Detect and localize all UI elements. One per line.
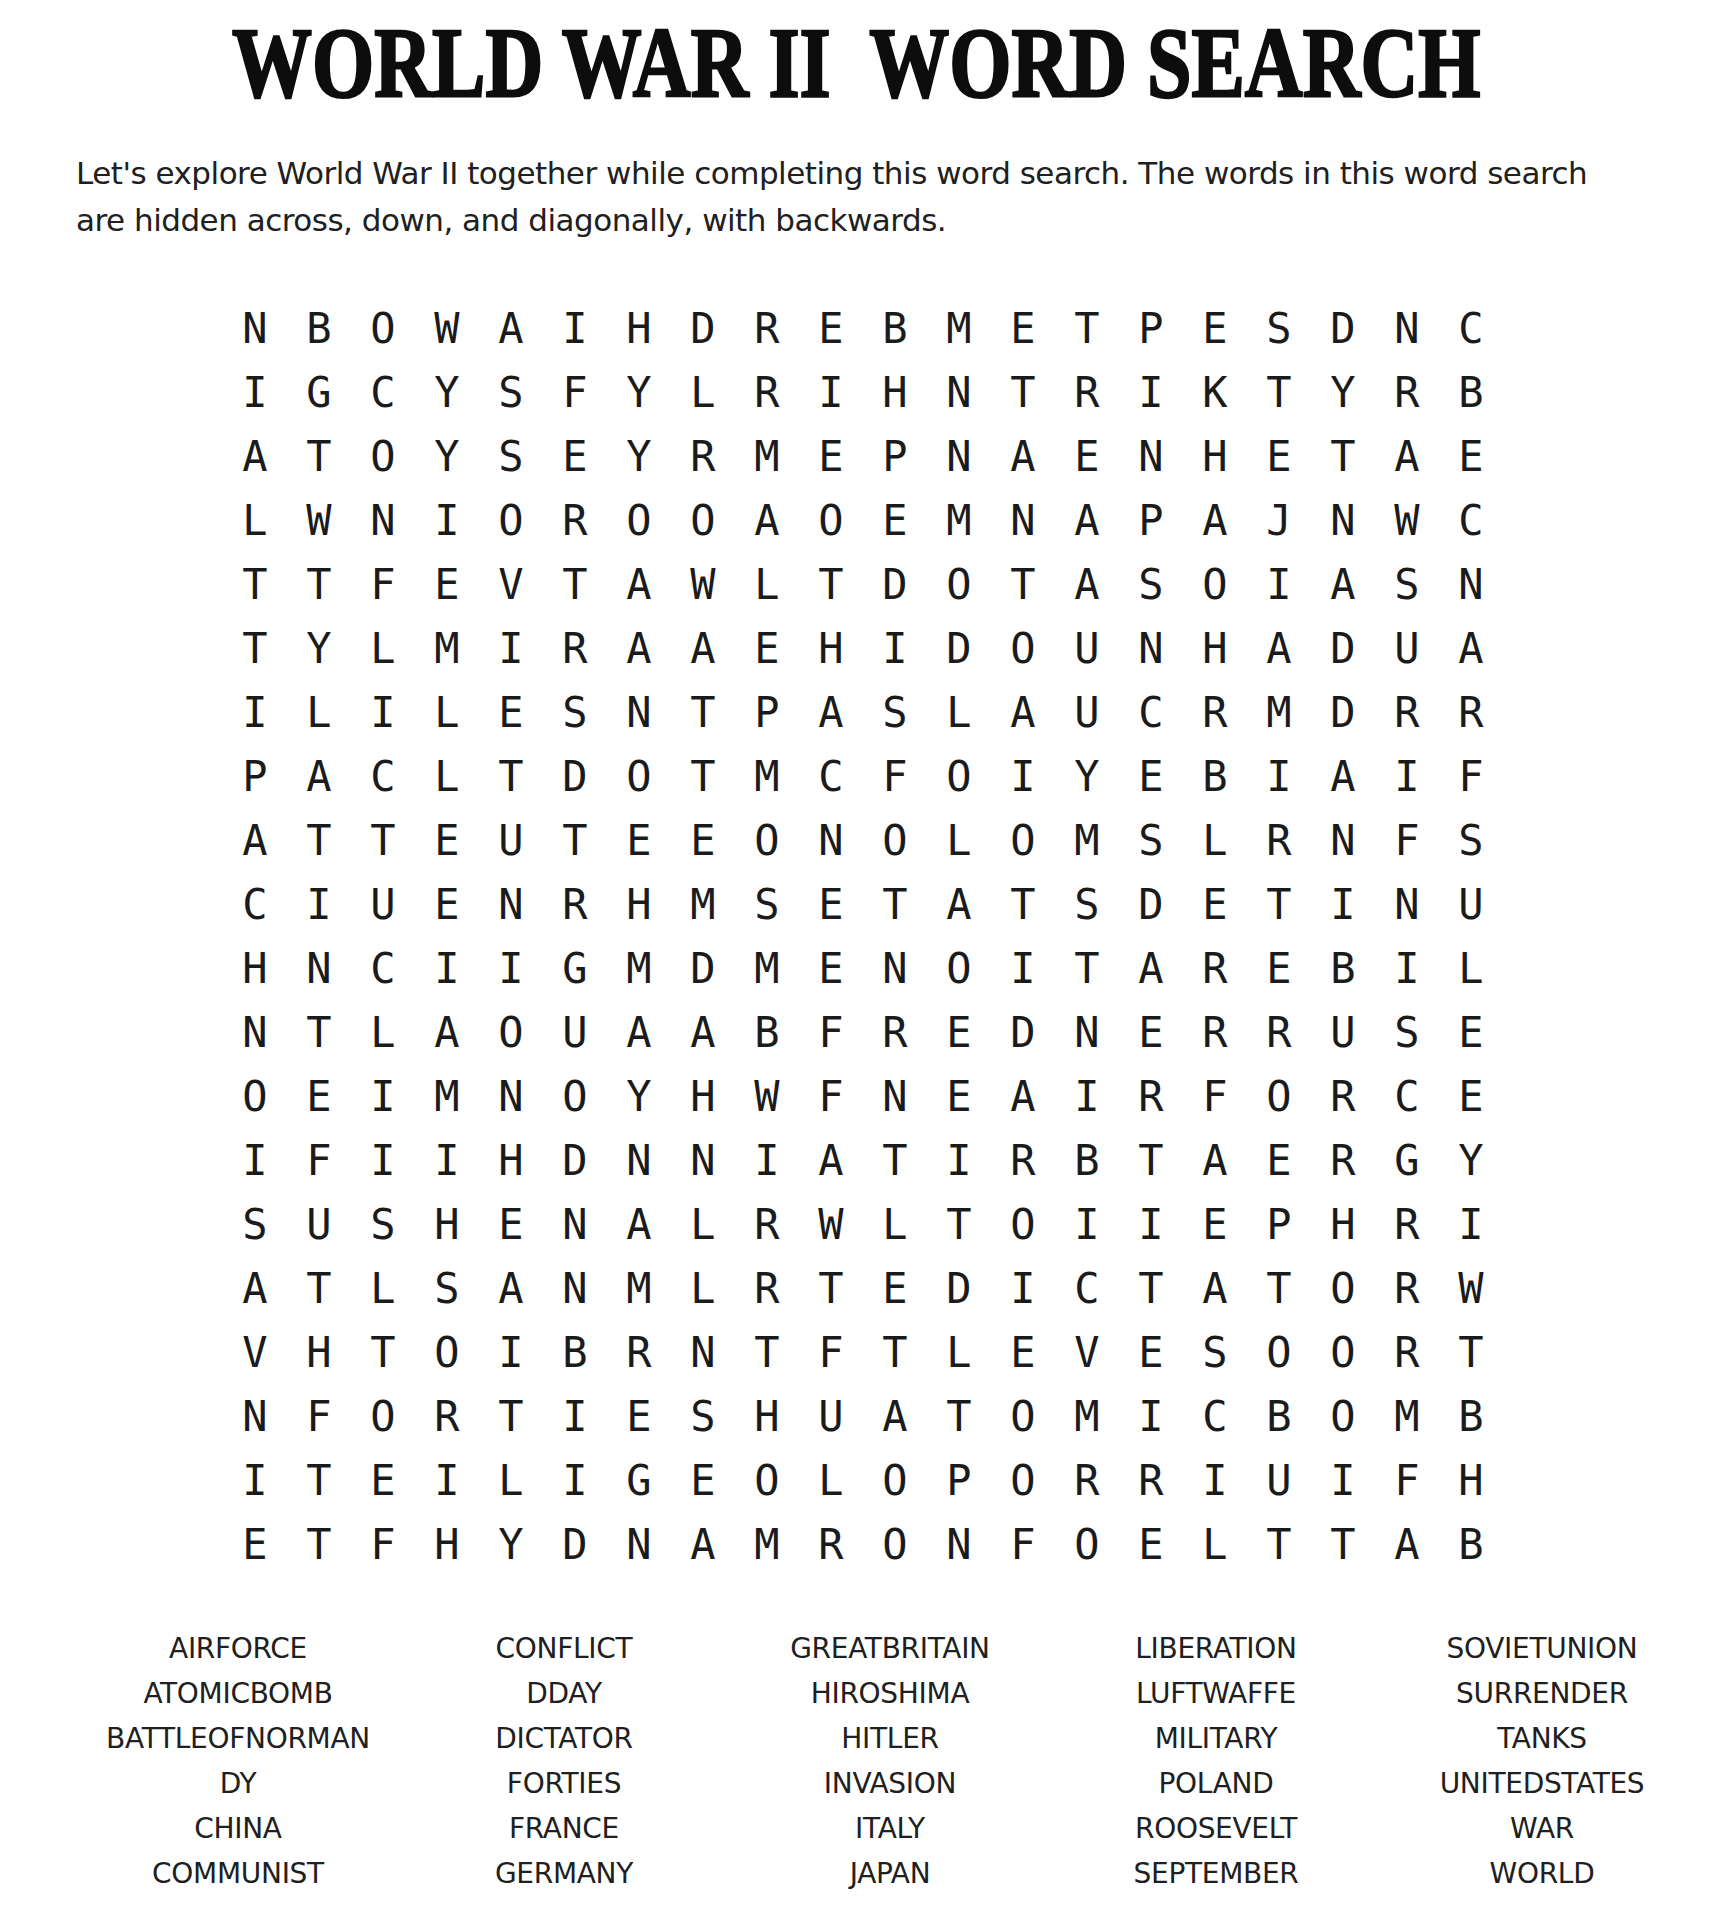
grid-cell-r10c8[interactable]: M xyxy=(671,872,735,936)
grid-cell-r19c16[interactable]: I xyxy=(1183,1448,1247,1512)
grid-cell-r6c15[interactable]: N xyxy=(1119,616,1183,680)
grid-cell-r5c4[interactable]: E xyxy=(415,552,479,616)
grid-cell-r20c18[interactable]: T xyxy=(1311,1512,1375,1576)
grid-cell-r16c1[interactable]: A xyxy=(223,1256,287,1320)
grid-cell-r4c4[interactable]: I xyxy=(415,488,479,552)
grid-cell-r17c20[interactable]: T xyxy=(1439,1320,1503,1384)
grid-cell-r3c20[interactable]: E xyxy=(1439,424,1503,488)
grid-cell-r19c5[interactable]: L xyxy=(479,1448,543,1512)
grid-cell-r15c20[interactable]: I xyxy=(1439,1192,1503,1256)
grid-cell-r6c18[interactable]: D xyxy=(1311,616,1375,680)
grid-cell-r2c13[interactable]: T xyxy=(991,360,1055,424)
grid-cell-r5c12[interactable]: O xyxy=(927,552,991,616)
grid-cell-r20c17[interactable]: T xyxy=(1247,1512,1311,1576)
grid-cell-r16c17[interactable]: T xyxy=(1247,1256,1311,1320)
grid-cell-r3c8[interactable]: R xyxy=(671,424,735,488)
grid-cell-r3c9[interactable]: M xyxy=(735,424,799,488)
grid-cell-r19c15[interactable]: R xyxy=(1119,1448,1183,1512)
grid-cell-r1c18[interactable]: D xyxy=(1311,296,1375,360)
grid-cell-r14c3[interactable]: I xyxy=(351,1128,415,1192)
grid-cell-r8c17[interactable]: I xyxy=(1247,744,1311,808)
grid-cell-r11c7[interactable]: M xyxy=(607,936,671,1000)
grid-cell-r20c7[interactable]: N xyxy=(607,1512,671,1576)
grid-cell-r7c14[interactable]: U xyxy=(1055,680,1119,744)
grid-cell-r3c7[interactable]: Y xyxy=(607,424,671,488)
grid-cell-r5c16[interactable]: O xyxy=(1183,552,1247,616)
grid-cell-r1c12[interactable]: M xyxy=(927,296,991,360)
grid-cell-r19c6[interactable]: I xyxy=(543,1448,607,1512)
grid-cell-r2c9[interactable]: R xyxy=(735,360,799,424)
grid-cell-r12c13[interactable]: D xyxy=(991,1000,1055,1064)
grid-cell-r13c6[interactable]: O xyxy=(543,1064,607,1128)
grid-cell-r15c15[interactable]: I xyxy=(1119,1192,1183,1256)
grid-cell-r11c8[interactable]: D xyxy=(671,936,735,1000)
grid-cell-r2c3[interactable]: C xyxy=(351,360,415,424)
grid-cell-r15c5[interactable]: E xyxy=(479,1192,543,1256)
grid-cell-r5c8[interactable]: W xyxy=(671,552,735,616)
grid-cell-r2c1[interactable]: I xyxy=(223,360,287,424)
grid-cell-r4c5[interactable]: O xyxy=(479,488,543,552)
grid-cell-r12c6[interactable]: U xyxy=(543,1000,607,1064)
grid-cell-r17c3[interactable]: T xyxy=(351,1320,415,1384)
grid-cell-r17c13[interactable]: E xyxy=(991,1320,1055,1384)
grid-cell-r5c11[interactable]: D xyxy=(863,552,927,616)
grid-cell-r13c9[interactable]: W xyxy=(735,1064,799,1128)
grid-cell-r12c9[interactable]: B xyxy=(735,1000,799,1064)
grid-cell-r1c16[interactable]: E xyxy=(1183,296,1247,360)
grid-cell-r5c7[interactable]: A xyxy=(607,552,671,616)
grid-cell-r2c19[interactable]: R xyxy=(1375,360,1439,424)
grid-cell-r4c1[interactable]: L xyxy=(223,488,287,552)
grid-cell-r8c1[interactable]: P xyxy=(223,744,287,808)
grid-cell-r3c18[interactable]: T xyxy=(1311,424,1375,488)
grid-cell-r10c15[interactable]: D xyxy=(1119,872,1183,936)
grid-cell-r18c12[interactable]: T xyxy=(927,1384,991,1448)
grid-cell-r7c10[interactable]: A xyxy=(799,680,863,744)
grid-cell-r16c10[interactable]: T xyxy=(799,1256,863,1320)
grid-cell-r5c9[interactable]: L xyxy=(735,552,799,616)
grid-cell-r1c13[interactable]: E xyxy=(991,296,1055,360)
grid-cell-r6c17[interactable]: A xyxy=(1247,616,1311,680)
grid-cell-r10c7[interactable]: H xyxy=(607,872,671,936)
grid-cell-r5c15[interactable]: S xyxy=(1119,552,1183,616)
grid-cell-r17c7[interactable]: R xyxy=(607,1320,671,1384)
grid-cell-r13c4[interactable]: M xyxy=(415,1064,479,1128)
grid-cell-r13c17[interactable]: O xyxy=(1247,1064,1311,1128)
grid-cell-r3c3[interactable]: O xyxy=(351,424,415,488)
grid-cell-r12c11[interactable]: R xyxy=(863,1000,927,1064)
grid-cell-r6c8[interactable]: A xyxy=(671,616,735,680)
grid-cell-r8c3[interactable]: C xyxy=(351,744,415,808)
grid-cell-r17c11[interactable]: T xyxy=(863,1320,927,1384)
grid-cell-r8c7[interactable]: O xyxy=(607,744,671,808)
grid-cell-r9c17[interactable]: R xyxy=(1247,808,1311,872)
grid-cell-r9c12[interactable]: L xyxy=(927,808,991,872)
grid-cell-r19c11[interactable]: O xyxy=(863,1448,927,1512)
grid-cell-r11c19[interactable]: I xyxy=(1375,936,1439,1000)
grid-cell-r15c8[interactable]: L xyxy=(671,1192,735,1256)
grid-cell-r11c12[interactable]: O xyxy=(927,936,991,1000)
grid-cell-r4c12[interactable]: M xyxy=(927,488,991,552)
grid-cell-r8c15[interactable]: E xyxy=(1119,744,1183,808)
grid-cell-r11c6[interactable]: G xyxy=(543,936,607,1000)
grid-cell-r13c18[interactable]: R xyxy=(1311,1064,1375,1128)
grid-cell-r3c14[interactable]: E xyxy=(1055,424,1119,488)
grid-cell-r2c10[interactable]: I xyxy=(799,360,863,424)
grid-cell-r11c5[interactable]: I xyxy=(479,936,543,1000)
grid-cell-r11c3[interactable]: C xyxy=(351,936,415,1000)
grid-cell-r13c11[interactable]: N xyxy=(863,1064,927,1128)
grid-cell-r7c8[interactable]: T xyxy=(671,680,735,744)
grid-cell-r3c13[interactable]: A xyxy=(991,424,1055,488)
grid-cell-r14c15[interactable]: T xyxy=(1119,1128,1183,1192)
grid-cell-r7c17[interactable]: M xyxy=(1247,680,1311,744)
grid-cell-r16c13[interactable]: I xyxy=(991,1256,1055,1320)
grid-cell-r1c8[interactable]: D xyxy=(671,296,735,360)
grid-cell-r4c9[interactable]: A xyxy=(735,488,799,552)
grid-cell-r20c16[interactable]: L xyxy=(1183,1512,1247,1576)
grid-cell-r9c19[interactable]: F xyxy=(1375,808,1439,872)
grid-cell-r12c15[interactable]: E xyxy=(1119,1000,1183,1064)
grid-cell-r18c1[interactable]: N xyxy=(223,1384,287,1448)
grid-cell-r9c6[interactable]: T xyxy=(543,808,607,872)
grid-cell-r13c1[interactable]: O xyxy=(223,1064,287,1128)
grid-cell-r15c18[interactable]: H xyxy=(1311,1192,1375,1256)
grid-cell-r20c6[interactable]: D xyxy=(543,1512,607,1576)
grid-cell-r5c20[interactable]: N xyxy=(1439,552,1503,616)
grid-cell-r19c10[interactable]: L xyxy=(799,1448,863,1512)
grid-cell-r6c3[interactable]: L xyxy=(351,616,415,680)
grid-cell-r10c17[interactable]: T xyxy=(1247,872,1311,936)
grid-cell-r1c3[interactable]: O xyxy=(351,296,415,360)
grid-cell-r11c17[interactable]: E xyxy=(1247,936,1311,1000)
grid-cell-r5c2[interactable]: T xyxy=(287,552,351,616)
grid-cell-r4c16[interactable]: A xyxy=(1183,488,1247,552)
grid-cell-r20c1[interactable]: E xyxy=(223,1512,287,1576)
grid-cell-r16c3[interactable]: L xyxy=(351,1256,415,1320)
grid-cell-r4c7[interactable]: O xyxy=(607,488,671,552)
grid-cell-r17c17[interactable]: O xyxy=(1247,1320,1311,1384)
grid-cell-r16c20[interactable]: W xyxy=(1439,1256,1503,1320)
grid-cell-r9c4[interactable]: E xyxy=(415,808,479,872)
grid-cell-r17c6[interactable]: B xyxy=(543,1320,607,1384)
grid-cell-r1c19[interactable]: N xyxy=(1375,296,1439,360)
grid-cell-r17c18[interactable]: O xyxy=(1311,1320,1375,1384)
grid-cell-r14c2[interactable]: F xyxy=(287,1128,351,1192)
grid-cell-r8c10[interactable]: C xyxy=(799,744,863,808)
grid-cell-r12c7[interactable]: A xyxy=(607,1000,671,1064)
grid-cell-r15c4[interactable]: H xyxy=(415,1192,479,1256)
grid-cell-r16c5[interactable]: A xyxy=(479,1256,543,1320)
grid-cell-r1c2[interactable]: B xyxy=(287,296,351,360)
grid-cell-r13c16[interactable]: F xyxy=(1183,1064,1247,1128)
grid-cell-r18c10[interactable]: U xyxy=(799,1384,863,1448)
grid-cell-r14c20[interactable]: Y xyxy=(1439,1128,1503,1192)
grid-cell-r18c16[interactable]: C xyxy=(1183,1384,1247,1448)
grid-cell-r20c13[interactable]: F xyxy=(991,1512,1055,1576)
grid-cell-r13c13[interactable]: A xyxy=(991,1064,1055,1128)
grid-cell-r18c19[interactable]: M xyxy=(1375,1384,1439,1448)
grid-cell-r4c14[interactable]: A xyxy=(1055,488,1119,552)
grid-cell-r19c1[interactable]: I xyxy=(223,1448,287,1512)
grid-cell-r6c11[interactable]: I xyxy=(863,616,927,680)
grid-cell-r14c1[interactable]: I xyxy=(223,1128,287,1192)
grid-cell-r12c16[interactable]: R xyxy=(1183,1000,1247,1064)
grid-cell-r4c10[interactable]: O xyxy=(799,488,863,552)
grid-cell-r20c9[interactable]: M xyxy=(735,1512,799,1576)
grid-cell-r9c18[interactable]: N xyxy=(1311,808,1375,872)
grid-cell-r2c18[interactable]: Y xyxy=(1311,360,1375,424)
grid-cell-r2c8[interactable]: L xyxy=(671,360,735,424)
grid-cell-r18c3[interactable]: O xyxy=(351,1384,415,1448)
grid-cell-r9c3[interactable]: T xyxy=(351,808,415,872)
grid-cell-r18c13[interactable]: O xyxy=(991,1384,1055,1448)
grid-cell-r10c5[interactable]: N xyxy=(479,872,543,936)
grid-cell-r18c8[interactable]: S xyxy=(671,1384,735,1448)
grid-cell-r6c10[interactable]: H xyxy=(799,616,863,680)
grid-cell-r14c12[interactable]: I xyxy=(927,1128,991,1192)
grid-cell-r12c1[interactable]: N xyxy=(223,1000,287,1064)
grid-cell-r5c3[interactable]: F xyxy=(351,552,415,616)
grid-cell-r19c12[interactable]: P xyxy=(927,1448,991,1512)
grid-cell-r14c8[interactable]: N xyxy=(671,1128,735,1192)
grid-cell-r2c15[interactable]: I xyxy=(1119,360,1183,424)
grid-cell-r12c17[interactable]: R xyxy=(1247,1000,1311,1064)
grid-cell-r18c15[interactable]: I xyxy=(1119,1384,1183,1448)
grid-cell-r11c1[interactable]: H xyxy=(223,936,287,1000)
grid-cell-r5c14[interactable]: A xyxy=(1055,552,1119,616)
grid-cell-r9c7[interactable]: E xyxy=(607,808,671,872)
grid-cell-r16c15[interactable]: T xyxy=(1119,1256,1183,1320)
grid-cell-r10c18[interactable]: I xyxy=(1311,872,1375,936)
grid-cell-r18c2[interactable]: F xyxy=(287,1384,351,1448)
grid-cell-r11c9[interactable]: M xyxy=(735,936,799,1000)
grid-cell-r16c14[interactable]: C xyxy=(1055,1256,1119,1320)
grid-cell-r3c16[interactable]: H xyxy=(1183,424,1247,488)
grid-cell-r3c12[interactable]: N xyxy=(927,424,991,488)
grid-cell-r8c4[interactable]: L xyxy=(415,744,479,808)
grid-cell-r7c15[interactable]: C xyxy=(1119,680,1183,744)
grid-cell-r4c11[interactable]: E xyxy=(863,488,927,552)
grid-cell-r16c7[interactable]: M xyxy=(607,1256,671,1320)
grid-cell-r1c1[interactable]: N xyxy=(223,296,287,360)
grid-cell-r12c5[interactable]: O xyxy=(479,1000,543,1064)
grid-cell-r8c8[interactable]: T xyxy=(671,744,735,808)
grid-cell-r2c7[interactable]: Y xyxy=(607,360,671,424)
grid-cell-r17c14[interactable]: V xyxy=(1055,1320,1119,1384)
grid-cell-r9c11[interactable]: O xyxy=(863,808,927,872)
grid-cell-r10c1[interactable]: C xyxy=(223,872,287,936)
grid-cell-r2c11[interactable]: H xyxy=(863,360,927,424)
grid-cell-r14c4[interactable]: I xyxy=(415,1128,479,1192)
grid-cell-r2c20[interactable]: B xyxy=(1439,360,1503,424)
grid-cell-r10c2[interactable]: I xyxy=(287,872,351,936)
grid-cell-r4c20[interactable]: C xyxy=(1439,488,1503,552)
grid-cell-r11c16[interactable]: R xyxy=(1183,936,1247,1000)
grid-cell-r18c14[interactable]: M xyxy=(1055,1384,1119,1448)
grid-cell-r5c6[interactable]: T xyxy=(543,552,607,616)
grid-cell-r3c15[interactable]: N xyxy=(1119,424,1183,488)
grid-cell-r12c14[interactable]: N xyxy=(1055,1000,1119,1064)
grid-cell-r20c12[interactable]: N xyxy=(927,1512,991,1576)
grid-cell-r14c5[interactable]: H xyxy=(479,1128,543,1192)
grid-cell-r5c17[interactable]: I xyxy=(1247,552,1311,616)
grid-cell-r4c2[interactable]: W xyxy=(287,488,351,552)
grid-cell-r17c15[interactable]: E xyxy=(1119,1320,1183,1384)
grid-cell-r9c1[interactable]: A xyxy=(223,808,287,872)
grid-cell-r1c14[interactable]: T xyxy=(1055,296,1119,360)
grid-cell-r19c20[interactable]: H xyxy=(1439,1448,1503,1512)
grid-cell-r18c5[interactable]: T xyxy=(479,1384,543,1448)
grid-cell-r20c20[interactable]: B xyxy=(1439,1512,1503,1576)
grid-cell-r8c20[interactable]: F xyxy=(1439,744,1503,808)
grid-cell-r7c19[interactable]: R xyxy=(1375,680,1439,744)
grid-cell-r15c14[interactable]: I xyxy=(1055,1192,1119,1256)
grid-cell-r5c18[interactable]: A xyxy=(1311,552,1375,616)
grid-cell-r9c20[interactable]: S xyxy=(1439,808,1503,872)
grid-cell-r10c10[interactable]: E xyxy=(799,872,863,936)
grid-cell-r14c19[interactable]: G xyxy=(1375,1128,1439,1192)
grid-cell-r19c17[interactable]: U xyxy=(1247,1448,1311,1512)
grid-cell-r6c6[interactable]: R xyxy=(543,616,607,680)
grid-cell-r20c15[interactable]: E xyxy=(1119,1512,1183,1576)
grid-cell-r17c4[interactable]: O xyxy=(415,1320,479,1384)
grid-cell-r5c10[interactable]: T xyxy=(799,552,863,616)
grid-cell-r7c6[interactable]: S xyxy=(543,680,607,744)
grid-cell-r14c16[interactable]: A xyxy=(1183,1128,1247,1192)
grid-cell-r15c13[interactable]: O xyxy=(991,1192,1055,1256)
grid-cell-r16c19[interactable]: R xyxy=(1375,1256,1439,1320)
grid-cell-r4c8[interactable]: O xyxy=(671,488,735,552)
grid-cell-r14c10[interactable]: A xyxy=(799,1128,863,1192)
grid-cell-r13c2[interactable]: E xyxy=(287,1064,351,1128)
grid-cell-r11c14[interactable]: T xyxy=(1055,936,1119,1000)
grid-cell-r7c13[interactable]: A xyxy=(991,680,1055,744)
grid-cell-r15c10[interactable]: W xyxy=(799,1192,863,1256)
grid-cell-r9c5[interactable]: U xyxy=(479,808,543,872)
grid-cell-r10c19[interactable]: N xyxy=(1375,872,1439,936)
grid-cell-r10c11[interactable]: T xyxy=(863,872,927,936)
grid-cell-r1c20[interactable]: C xyxy=(1439,296,1503,360)
grid-cell-r8c13[interactable]: I xyxy=(991,744,1055,808)
grid-cell-r1c9[interactable]: R xyxy=(735,296,799,360)
grid-cell-r16c2[interactable]: T xyxy=(287,1256,351,1320)
grid-cell-r9c10[interactable]: N xyxy=(799,808,863,872)
grid-cell-r17c9[interactable]: T xyxy=(735,1320,799,1384)
grid-cell-r19c8[interactable]: E xyxy=(671,1448,735,1512)
grid-cell-r7c20[interactable]: R xyxy=(1439,680,1503,744)
grid-cell-r19c14[interactable]: R xyxy=(1055,1448,1119,1512)
grid-cell-r16c9[interactable]: R xyxy=(735,1256,799,1320)
grid-cell-r15c6[interactable]: N xyxy=(543,1192,607,1256)
grid-cell-r12c8[interactable]: A xyxy=(671,1000,735,1064)
grid-cell-r7c5[interactable]: E xyxy=(479,680,543,744)
grid-cell-r12c18[interactable]: U xyxy=(1311,1000,1375,1064)
grid-cell-r16c16[interactable]: A xyxy=(1183,1256,1247,1320)
grid-cell-r7c1[interactable]: I xyxy=(223,680,287,744)
grid-cell-r7c7[interactable]: N xyxy=(607,680,671,744)
grid-cell-r3c1[interactable]: A xyxy=(223,424,287,488)
grid-cell-r14c18[interactable]: R xyxy=(1311,1128,1375,1192)
grid-cell-r6c7[interactable]: A xyxy=(607,616,671,680)
grid-cell-r11c11[interactable]: N xyxy=(863,936,927,1000)
grid-cell-r7c11[interactable]: S xyxy=(863,680,927,744)
grid-cell-r15c16[interactable]: E xyxy=(1183,1192,1247,1256)
grid-cell-r10c16[interactable]: E xyxy=(1183,872,1247,936)
grid-cell-r4c18[interactable]: N xyxy=(1311,488,1375,552)
grid-cell-r12c3[interactable]: L xyxy=(351,1000,415,1064)
grid-cell-r17c5[interactable]: I xyxy=(479,1320,543,1384)
grid-cell-r4c15[interactable]: P xyxy=(1119,488,1183,552)
grid-cell-r7c4[interactable]: L xyxy=(415,680,479,744)
grid-cell-r17c8[interactable]: N xyxy=(671,1320,735,1384)
grid-cell-r3c2[interactable]: T xyxy=(287,424,351,488)
grid-cell-r17c2[interactable]: H xyxy=(287,1320,351,1384)
grid-cell-r14c7[interactable]: N xyxy=(607,1128,671,1192)
grid-cell-r15c7[interactable]: A xyxy=(607,1192,671,1256)
grid-cell-r2c16[interactable]: K xyxy=(1183,360,1247,424)
grid-cell-r1c15[interactable]: P xyxy=(1119,296,1183,360)
grid-cell-r8c14[interactable]: Y xyxy=(1055,744,1119,808)
grid-cell-r15c11[interactable]: L xyxy=(863,1192,927,1256)
grid-cell-r16c6[interactable]: N xyxy=(543,1256,607,1320)
grid-cell-r10c3[interactable]: U xyxy=(351,872,415,936)
grid-cell-r2c2[interactable]: G xyxy=(287,360,351,424)
grid-cell-r10c14[interactable]: S xyxy=(1055,872,1119,936)
grid-cell-r17c16[interactable]: S xyxy=(1183,1320,1247,1384)
grid-cell-r14c17[interactable]: E xyxy=(1247,1128,1311,1192)
grid-cell-r6c2[interactable]: Y xyxy=(287,616,351,680)
grid-cell-r1c6[interactable]: I xyxy=(543,296,607,360)
grid-cell-r14c6[interactable]: D xyxy=(543,1128,607,1192)
grid-cell-r10c9[interactable]: S xyxy=(735,872,799,936)
grid-cell-r6c4[interactable]: M xyxy=(415,616,479,680)
grid-cell-r5c5[interactable]: V xyxy=(479,552,543,616)
grid-cell-r11c15[interactable]: A xyxy=(1119,936,1183,1000)
grid-cell-r12c19[interactable]: S xyxy=(1375,1000,1439,1064)
grid-cell-r2c17[interactable]: T xyxy=(1247,360,1311,424)
grid-cell-r7c3[interactable]: I xyxy=(351,680,415,744)
grid-cell-r8c6[interactable]: D xyxy=(543,744,607,808)
grid-cell-r8c11[interactable]: F xyxy=(863,744,927,808)
grid-cell-r19c9[interactable]: O xyxy=(735,1448,799,1512)
grid-cell-r6c19[interactable]: U xyxy=(1375,616,1439,680)
grid-cell-r10c20[interactable]: U xyxy=(1439,872,1503,936)
grid-cell-r6c14[interactable]: U xyxy=(1055,616,1119,680)
grid-cell-r4c6[interactable]: R xyxy=(543,488,607,552)
grid-cell-r13c7[interactable]: Y xyxy=(607,1064,671,1128)
grid-cell-r6c1[interactable]: T xyxy=(223,616,287,680)
grid-cell-r9c2[interactable]: T xyxy=(287,808,351,872)
grid-cell-r18c6[interactable]: I xyxy=(543,1384,607,1448)
grid-cell-r10c13[interactable]: T xyxy=(991,872,1055,936)
grid-cell-r5c1[interactable]: T xyxy=(223,552,287,616)
grid-cell-r11c4[interactable]: I xyxy=(415,936,479,1000)
grid-cell-r15c9[interactable]: R xyxy=(735,1192,799,1256)
grid-cell-r10c12[interactable]: A xyxy=(927,872,991,936)
grid-cell-r11c2[interactable]: N xyxy=(287,936,351,1000)
grid-cell-r9c14[interactable]: M xyxy=(1055,808,1119,872)
grid-cell-r7c9[interactable]: P xyxy=(735,680,799,744)
grid-cell-r13c20[interactable]: E xyxy=(1439,1064,1503,1128)
grid-cell-r6c5[interactable]: I xyxy=(479,616,543,680)
grid-cell-r17c10[interactable]: F xyxy=(799,1320,863,1384)
grid-cell-r19c18[interactable]: I xyxy=(1311,1448,1375,1512)
grid-cell-r3c5[interactable]: S xyxy=(479,424,543,488)
grid-cell-r3c17[interactable]: E xyxy=(1247,424,1311,488)
grid-cell-r6c12[interactable]: D xyxy=(927,616,991,680)
grid-cell-r20c5[interactable]: Y xyxy=(479,1512,543,1576)
